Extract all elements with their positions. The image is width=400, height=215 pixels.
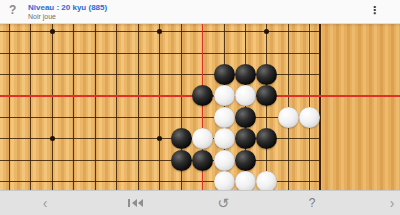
hoshi-point [50,29,55,34]
help-icon[interactable]: ? [9,3,16,17]
hoshi-point [264,29,269,34]
chevron-right-icon: › [390,191,395,215]
white-stone [235,171,256,190]
app-top-bar: ? Niveau : 20 kyu (885) Noir joue ⋮ [0,0,400,24]
hint-icon: ? [309,191,316,215]
hoshi-point [50,136,55,141]
turn-indicator: Noir joue [28,13,56,20]
undo-button[interactable]: ↺ [211,191,235,215]
board-right-edge [319,24,322,190]
grid-line-vertical [159,24,160,190]
white-stone [214,150,235,171]
forward-button[interactable]: › [380,191,400,215]
black-stone [235,150,256,171]
grid-line-vertical [73,24,74,190]
off-board-margin [321,24,400,190]
white-stone [278,107,299,128]
go-board[interactable] [0,24,400,190]
app-window: ? Niveau : 20 kyu (885) Noir joue ⋮ ‹ ↺ … [0,0,400,215]
chevron-left-icon: ‹ [43,191,48,215]
white-stone [214,171,235,190]
black-stone [171,128,192,149]
skip-to-start-button[interactable] [121,191,149,215]
black-stone [256,128,277,149]
black-stone [192,85,213,106]
black-stone [256,64,277,85]
white-stone [235,85,256,106]
grid-line-vertical [138,24,139,190]
black-stone [235,128,256,149]
hoshi-point [157,29,162,34]
grid-line-vertical [266,24,267,190]
black-stone [171,150,192,171]
black-stone [256,85,277,106]
grid-line-vertical [52,24,53,190]
hint-button[interactable]: ? [300,191,324,215]
black-stone [192,150,213,171]
white-stone [256,171,277,190]
white-stone [192,128,213,149]
grid-line-vertical [30,24,31,190]
undo-icon: ↺ [217,191,229,215]
white-stone [214,85,235,106]
white-stone [299,107,320,128]
black-stone [214,64,235,85]
white-stone [214,128,235,149]
grid-line-vertical [9,24,10,190]
bottom-toolbar: ‹ ↺ ? › [0,190,400,215]
hoshi-point [157,136,162,141]
white-stone [214,107,235,128]
grid-line-vertical [95,24,96,190]
grid-line-vertical [116,24,117,190]
black-stone [235,107,256,128]
black-stone [235,64,256,85]
back-button[interactable]: ‹ [33,191,57,215]
skip-to-start-icon [128,199,130,207]
overflow-menu-icon[interactable]: ⋮ [369,4,380,17]
problem-title: Niveau : 20 kyu (885) [28,3,107,12]
